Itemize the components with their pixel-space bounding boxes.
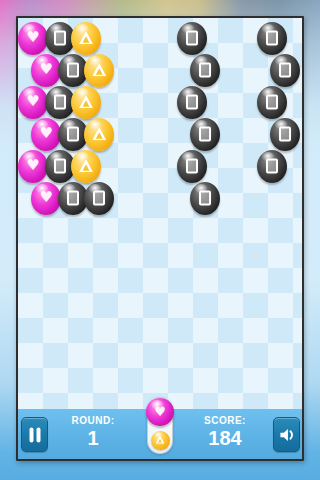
bubble-pink-heart: ♥	[31, 182, 61, 215]
bubble-black-square	[257, 150, 287, 183]
bubble-black-square	[177, 22, 207, 55]
score-display: SCORE: 184	[190, 415, 260, 449]
bubble-black-square	[190, 54, 220, 87]
bubble-pink-heart: ♥	[146, 398, 174, 426]
pause-icon	[29, 427, 40, 442]
bubble-pink-heart: ♥	[18, 150, 48, 183]
bubble-black-square	[190, 182, 220, 215]
bubble-black-square	[45, 150, 75, 183]
bubble-shine	[194, 120, 208, 130]
bubble-black-square	[257, 22, 287, 55]
bubble-shine	[22, 152, 36, 162]
bubble-shine	[35, 56, 49, 66]
bubble-shine	[181, 88, 195, 98]
bubble-shine	[75, 152, 89, 162]
bubble-shine	[181, 152, 195, 162]
bubble-shine	[154, 432, 163, 438]
bubble-shine	[88, 120, 102, 130]
bubble-shine	[181, 24, 195, 34]
bubble-yellow-triangle	[151, 431, 170, 450]
bubble-pink-heart: ♥	[18, 86, 48, 119]
bubble-board[interactable]: ♥♥♥♥♥♥ ROUND: 1 ♥ SCORE: 184	[16, 16, 304, 461]
bubble-shine	[75, 88, 89, 98]
bubble-black-square	[58, 54, 88, 87]
bubble-yellow-triangle	[71, 22, 101, 55]
sound-button[interactable]	[273, 417, 300, 452]
bubble-black-square	[45, 86, 75, 119]
bubble-shine	[194, 184, 208, 194]
bubble-shine	[62, 120, 76, 130]
bubble-shine	[22, 24, 36, 34]
bubble-pink-heart: ♥	[31, 54, 61, 87]
bubble-black-square	[190, 118, 220, 151]
bubble-shine	[194, 56, 208, 66]
bubble-black-square	[177, 86, 207, 119]
bubble-shine	[22, 88, 36, 98]
bubble-shine	[35, 120, 49, 130]
bubble-yellow-triangle	[71, 86, 101, 119]
bubble-shine	[62, 56, 76, 66]
bubble-shine	[274, 120, 288, 130]
bubble-yellow-triangle	[84, 54, 114, 87]
bubble-shine	[49, 24, 63, 34]
bubble-black-square	[58, 118, 88, 151]
round-label: ROUND:	[58, 415, 128, 427]
bubble-shine	[150, 400, 164, 410]
bubble-shine	[88, 184, 102, 194]
bubble-shine	[75, 24, 89, 34]
bubble-shine	[261, 24, 275, 34]
bubble-yellow-triangle	[84, 118, 114, 151]
bubble-black-square	[177, 150, 207, 183]
bubble-pink-heart: ♥	[31, 118, 61, 151]
bubble-yellow-triangle	[71, 150, 101, 183]
bubble-shine	[49, 88, 63, 98]
round-display: ROUND: 1	[58, 415, 128, 449]
bubble-shine	[261, 152, 275, 162]
speaker-icon	[278, 427, 295, 443]
bubble-pink-heart: ♥	[18, 22, 48, 55]
score-label: SCORE:	[190, 415, 260, 427]
bubble-shine	[88, 56, 102, 66]
bubble-black-square	[270, 118, 300, 151]
bubble-black-square	[45, 22, 75, 55]
pause-button[interactable]	[21, 417, 48, 452]
bubble-black-square	[58, 182, 88, 215]
bubble-shine	[274, 56, 288, 66]
game-screen: ♥♥♥♥♥♥ ROUND: 1 ♥ SCORE: 184	[0, 0, 320, 480]
score-value: 184	[190, 428, 260, 449]
bubble-shine	[49, 152, 63, 162]
bubble-black-square	[257, 86, 287, 119]
bubble-shine	[261, 88, 275, 98]
bubble-shine	[62, 184, 76, 194]
bubble-black-square	[270, 54, 300, 87]
bubble-shine	[35, 184, 49, 194]
bubble-black-square	[84, 182, 114, 215]
round-value: 1	[58, 428, 128, 449]
